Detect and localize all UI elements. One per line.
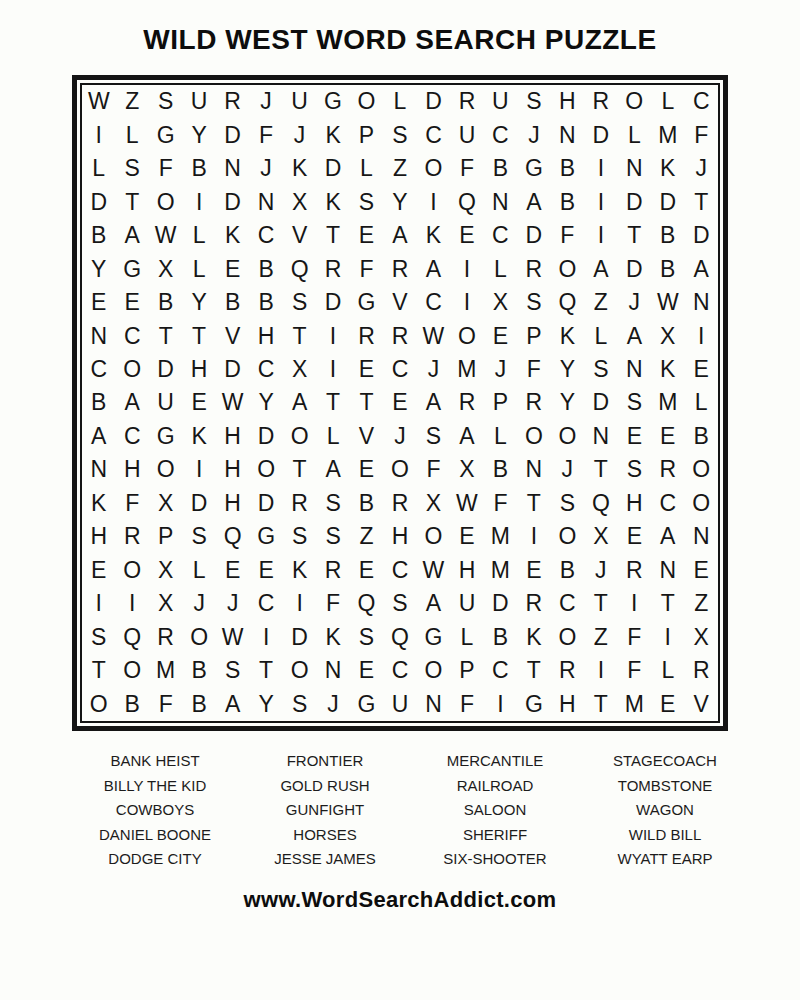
grid-cell[interactable]: K [316,621,349,654]
grid-cell[interactable]: O [115,353,148,386]
grid-cell[interactable]: T [283,319,316,352]
grid-cell[interactable]: K [216,219,249,252]
grid-cell[interactable]: F [685,118,718,151]
grid-cell[interactable]: L [115,118,148,151]
grid-cell[interactable]: G [350,286,383,319]
grid-cell[interactable]: I [618,587,651,620]
grid-cell[interactable]: B [484,621,517,654]
grid-cell[interactable]: H [216,487,249,520]
grid-cell[interactable]: N [651,554,684,587]
grid-cell[interactable]: C [115,319,148,352]
grid-cell[interactable]: X [149,252,182,285]
grid-cell[interactable]: U [283,85,316,118]
grid-cell[interactable]: J [584,554,617,587]
grid-cell[interactable]: L [484,420,517,453]
grid-cell[interactable]: J [618,286,651,319]
grid-cell[interactable]: W [450,487,483,520]
grid-cell[interactable]: A [115,386,148,419]
grid-cell[interactable]: U [383,688,416,721]
grid-cell[interactable]: B [149,286,182,319]
grid-cell[interactable]: D [651,185,684,218]
grid-cell[interactable]: Y [249,688,282,721]
grid-cell[interactable]: K [551,319,584,352]
grid-cell[interactable]: S [283,688,316,721]
grid-cell[interactable]: O [82,688,115,721]
grid-cell[interactable]: K [283,554,316,587]
grid-cell[interactable]: F [417,453,450,486]
grid-cell[interactable]: S [618,453,651,486]
grid-cell[interactable]: O [350,85,383,118]
grid-cell[interactable]: X [283,353,316,386]
grid-cell[interactable]: C [383,554,416,587]
grid-cell[interactable]: F [350,252,383,285]
grid-cell[interactable]: I [584,152,617,185]
grid-cell[interactable]: W [149,219,182,252]
grid-cell[interactable]: E [685,353,718,386]
grid-cell[interactable]: H [82,520,115,553]
grid-cell[interactable]: G [417,621,450,654]
grid-cell[interactable]: O [551,420,584,453]
grid-cell[interactable]: O [283,420,316,453]
grid-cell[interactable]: R [685,654,718,687]
grid-cell[interactable]: N [484,185,517,218]
grid-cell[interactable]: R [216,85,249,118]
grid-cell[interactable]: O [149,453,182,486]
grid-cell[interactable]: Z [350,520,383,553]
grid-cell[interactable]: X [685,621,718,654]
grid-cell[interactable]: C [417,286,450,319]
grid-cell[interactable]: I [249,621,282,654]
grid-cell[interactable]: Z [383,152,416,185]
grid-cell[interactable]: E [82,286,115,319]
grid-cell[interactable]: K [316,118,349,151]
grid-cell[interactable]: Y [182,286,215,319]
grid-cell[interactable]: U [182,85,215,118]
grid-cell[interactable]: M [484,520,517,553]
grid-cell[interactable]: S [517,286,550,319]
grid-cell[interactable]: D [82,185,115,218]
grid-cell[interactable]: R [383,319,416,352]
grid-cell[interactable]: A [651,520,684,553]
grid-cell[interactable]: A [383,219,416,252]
grid-cell[interactable]: B [685,420,718,453]
grid-cell[interactable]: T [316,386,349,419]
grid-cell[interactable]: I [316,319,349,352]
grid-cell[interactable]: J [216,587,249,620]
grid-cell[interactable]: K [651,152,684,185]
grid-cell[interactable]: S [283,520,316,553]
grid-cell[interactable]: X [417,487,450,520]
grid-cell[interactable]: I [584,185,617,218]
grid-cell[interactable]: U [450,587,483,620]
grid-cell[interactable]: I [115,587,148,620]
grid-cell[interactable]: H [249,319,282,352]
grid-cell[interactable]: N [417,688,450,721]
grid-cell[interactable]: R [115,520,148,553]
grid-cell[interactable]: T [283,453,316,486]
grid-cell[interactable]: T [584,587,617,620]
grid-cell[interactable]: I [450,286,483,319]
grid-cell[interactable]: D [149,353,182,386]
grid-cell[interactable]: J [249,85,282,118]
grid-cell[interactable]: Z [685,587,718,620]
grid-cell[interactable]: B [82,386,115,419]
grid-cell[interactable]: A [417,587,450,620]
grid-cell[interactable]: O [551,252,584,285]
grid-cell[interactable]: J [182,587,215,620]
grid-cell[interactable]: A [115,219,148,252]
grid-cell[interactable]: O [383,453,416,486]
grid-cell[interactable]: R [450,386,483,419]
grid-cell[interactable]: H [383,520,416,553]
grid-cell[interactable]: R [316,554,349,587]
grid-cell[interactable]: C [484,219,517,252]
grid-cell[interactable]: I [417,185,450,218]
grid-cell[interactable]: K [417,219,450,252]
grid-cell[interactable]: D [685,219,718,252]
grid-cell[interactable]: B [182,152,215,185]
grid-cell[interactable]: F [149,152,182,185]
grid-cell[interactable]: S [182,520,215,553]
grid-cell[interactable]: G [350,688,383,721]
grid-cell[interactable]: G [249,520,282,553]
grid-cell[interactable]: S [82,621,115,654]
grid-cell[interactable]: S [584,353,617,386]
grid-cell[interactable]: B [216,286,249,319]
grid-cell[interactable]: A [316,453,349,486]
grid-cell[interactable]: O [551,621,584,654]
grid-cell[interactable]: K [82,487,115,520]
grid-cell[interactable]: G [316,85,349,118]
grid-cell[interactable]: Z [584,286,617,319]
grid-cell[interactable]: V [685,688,718,721]
grid-cell[interactable]: A [517,185,550,218]
grid-cell[interactable]: V [216,319,249,352]
grid-cell[interactable]: I [182,185,215,218]
grid-cell[interactable]: W [216,621,249,654]
grid-cell[interactable]: I [182,453,215,486]
grid-cell[interactable]: R [517,386,550,419]
grid-cell[interactable]: D [216,353,249,386]
grid-cell[interactable]: R [651,453,684,486]
grid-cell[interactable]: B [82,219,115,252]
grid-cell[interactable]: N [618,152,651,185]
grid-cell[interactable]: C [82,353,115,386]
grid-cell[interactable]: E [517,554,550,587]
grid-cell[interactable]: I [450,252,483,285]
grid-cell[interactable]: S [115,152,148,185]
grid-cell[interactable]: S [216,654,249,687]
grid-cell[interactable]: X [149,554,182,587]
grid-cell[interactable]: T [82,654,115,687]
grid-cell[interactable]: M [651,386,684,419]
grid-cell[interactable]: D [249,420,282,453]
grid-cell[interactable]: R [584,85,617,118]
grid-cell[interactable]: T [651,587,684,620]
grid-cell[interactable]: L [182,554,215,587]
grid-cell[interactable]: N [551,118,584,151]
grid-cell[interactable]: E [350,453,383,486]
grid-cell[interactable]: T [618,219,651,252]
grid-cell[interactable]: H [182,353,215,386]
grid-cell[interactable]: I [685,319,718,352]
grid-cell[interactable]: J [283,118,316,151]
grid-cell[interactable]: B [350,487,383,520]
grid-cell[interactable]: T [517,487,550,520]
grid-cell[interactable]: E [350,219,383,252]
grid-cell[interactable]: Q [584,487,617,520]
grid-cell[interactable]: N [316,654,349,687]
grid-cell[interactable]: E [450,520,483,553]
grid-cell[interactable]: N [517,453,550,486]
grid-cell[interactable]: I [82,587,115,620]
grid-cell[interactable]: G [149,118,182,151]
grid-cell[interactable]: C [249,587,282,620]
grid-cell[interactable]: L [82,152,115,185]
grid-cell[interactable]: I [651,621,684,654]
grid-cell[interactable]: O [551,520,584,553]
grid-cell[interactable]: C [484,654,517,687]
grid-cell[interactable]: C [115,420,148,453]
grid-cell[interactable]: B [651,252,684,285]
grid-cell[interactable]: W [216,386,249,419]
grid-cell[interactable]: B [249,286,282,319]
grid-cell[interactable]: L [685,386,718,419]
grid-cell[interactable]: T [149,319,182,352]
grid-cell[interactable]: O [182,621,215,654]
grid-cell[interactable]: E [685,554,718,587]
grid-cell[interactable]: C [551,587,584,620]
grid-cell[interactable]: E [216,252,249,285]
grid-cell[interactable]: I [484,688,517,721]
grid-cell[interactable]: U [149,386,182,419]
grid-cell[interactable]: J [517,118,550,151]
grid-cell[interactable]: L [484,252,517,285]
grid-cell[interactable]: P [484,386,517,419]
grid-cell[interactable]: S [417,420,450,453]
grid-cell[interactable]: E [383,386,416,419]
grid-cell[interactable]: E [249,554,282,587]
grid-cell[interactable]: D [216,185,249,218]
grid-cell[interactable]: D [249,487,282,520]
grid-cell[interactable]: I [584,654,617,687]
grid-cell[interactable]: B [651,219,684,252]
grid-cell[interactable]: O [417,152,450,185]
grid-cell[interactable]: H [115,453,148,486]
grid-cell[interactable]: B [182,688,215,721]
grid-cell[interactable]: L [450,621,483,654]
grid-cell[interactable]: D [484,587,517,620]
grid-cell[interactable]: K [517,621,550,654]
grid-cell[interactable]: J [551,453,584,486]
grid-cell[interactable]: H [551,85,584,118]
grid-cell[interactable]: E [618,520,651,553]
grid-cell[interactable]: T [517,654,550,687]
grid-cell[interactable]: V [350,420,383,453]
grid-cell[interactable]: H [216,453,249,486]
grid-cell[interactable]: B [551,185,584,218]
grid-cell[interactable]: Q [350,587,383,620]
grid-cell[interactable]: F [517,353,550,386]
grid-cell[interactable]: E [651,688,684,721]
grid-cell[interactable]: S [283,286,316,319]
grid-cell[interactable]: R [618,554,651,587]
grid-cell[interactable]: O [685,487,718,520]
grid-cell[interactable]: N [82,319,115,352]
grid-cell[interactable]: X [149,487,182,520]
grid-cell[interactable]: F [450,152,483,185]
grid-cell[interactable]: A [216,688,249,721]
grid-cell[interactable]: N [685,286,718,319]
grid-cell[interactable]: T [182,319,215,352]
grid-cell[interactable]: L [182,252,215,285]
grid-cell[interactable]: N [249,185,282,218]
grid-cell[interactable]: E [350,353,383,386]
grid-cell[interactable]: U [484,85,517,118]
grid-cell[interactable]: X [283,185,316,218]
grid-cell[interactable]: A [283,386,316,419]
grid-cell[interactable]: B [115,688,148,721]
grid-cell[interactable]: F [115,487,148,520]
grid-cell[interactable]: P [350,118,383,151]
grid-cell[interactable]: C [249,353,282,386]
grid-cell[interactable]: D [182,487,215,520]
grid-cell[interactable]: E [216,554,249,587]
grid-cell[interactable]: O [115,654,148,687]
grid-cell[interactable]: Y [551,353,584,386]
grid-cell[interactable]: W [417,554,450,587]
grid-cell[interactable]: A [584,252,617,285]
grid-cell[interactable]: F [484,487,517,520]
grid-cell[interactable]: K [316,185,349,218]
grid-cell[interactable]: A [685,252,718,285]
grid-cell[interactable]: I [584,219,617,252]
grid-cell[interactable]: D [618,185,651,218]
grid-cell[interactable]: X [450,453,483,486]
grid-cell[interactable]: M [450,353,483,386]
grid-cell[interactable]: P [517,319,550,352]
grid-cell[interactable]: E [82,554,115,587]
grid-cell[interactable]: A [417,252,450,285]
grid-cell[interactable]: C [651,487,684,520]
grid-cell[interactable]: S [618,386,651,419]
grid-cell[interactable]: R [450,85,483,118]
grid-cell[interactable]: I [82,118,115,151]
grid-cell[interactable]: O [517,420,550,453]
grid-cell[interactable]: R [316,252,349,285]
grid-cell[interactable]: N [584,420,617,453]
grid-cell[interactable]: Y [383,185,416,218]
grid-cell[interactable]: O [115,554,148,587]
grid-cell[interactable]: T [584,688,617,721]
grid-cell[interactable]: X [484,286,517,319]
grid-cell[interactable]: M [651,118,684,151]
grid-cell[interactable]: L [651,85,684,118]
grid-cell[interactable]: I [517,520,550,553]
grid-cell[interactable]: L [182,219,215,252]
grid-cell[interactable]: G [517,152,550,185]
grid-cell[interactable]: F [618,654,651,687]
grid-cell[interactable]: G [517,688,550,721]
grid-cell[interactable]: H [551,688,584,721]
grid-cell[interactable]: S [551,487,584,520]
grid-cell[interactable]: V [283,219,316,252]
grid-cell[interactable]: J [249,152,282,185]
grid-cell[interactable]: N [618,353,651,386]
grid-cell[interactable]: K [182,420,215,453]
grid-cell[interactable]: B [249,252,282,285]
grid-cell[interactable]: D [283,621,316,654]
grid-cell[interactable]: N [216,152,249,185]
grid-cell[interactable]: T [249,654,282,687]
grid-cell[interactable]: N [82,453,115,486]
grid-cell[interactable]: V [383,286,416,319]
grid-cell[interactable]: C [484,118,517,151]
grid-cell[interactable]: W [82,85,115,118]
grid-cell[interactable]: Q [283,252,316,285]
grid-cell[interactable]: W [651,286,684,319]
grid-cell[interactable]: D [216,118,249,151]
grid-cell[interactable]: K [283,152,316,185]
grid-cell[interactable]: E [182,386,215,419]
grid-cell[interactable]: E [450,219,483,252]
grid-cell[interactable]: D [417,85,450,118]
grid-cell[interactable]: T [316,219,349,252]
grid-cell[interactable]: Q [115,621,148,654]
grid-cell[interactable]: E [115,286,148,319]
grid-cell[interactable]: C [249,219,282,252]
grid-cell[interactable]: S [350,185,383,218]
grid-cell[interactable]: J [316,688,349,721]
grid-cell[interactable]: R [383,252,416,285]
grid-cell[interactable]: B [484,152,517,185]
grid-cell[interactable]: J [685,152,718,185]
grid-cell[interactable]: D [316,152,349,185]
grid-cell[interactable]: A [618,319,651,352]
grid-cell[interactable]: O [417,654,450,687]
grid-cell[interactable]: D [517,219,550,252]
grid-cell[interactable]: S [383,587,416,620]
grid-cell[interactable]: T [115,185,148,218]
grid-cell[interactable]: R [383,487,416,520]
grid-cell[interactable]: C [383,654,416,687]
grid-cell[interactable]: S [350,621,383,654]
grid-cell[interactable]: A [417,386,450,419]
grid-cell[interactable]: O [450,319,483,352]
grid-cell[interactable]: H [216,420,249,453]
grid-cell[interactable]: S [383,118,416,151]
grid-cell[interactable]: L [350,152,383,185]
grid-cell[interactable]: E [484,319,517,352]
grid-cell[interactable]: F [551,219,584,252]
grid-cell[interactable]: B [551,152,584,185]
grid-cell[interactable]: S [316,520,349,553]
grid-cell[interactable]: R [149,621,182,654]
grid-cell[interactable]: L [584,319,617,352]
grid-cell[interactable]: K [651,353,684,386]
grid-cell[interactable]: Q [383,621,416,654]
grid-cell[interactable]: Q [450,185,483,218]
grid-cell[interactable]: O [618,85,651,118]
grid-cell[interactable]: L [316,420,349,453]
grid-cell[interactable]: Q [216,520,249,553]
grid-cell[interactable]: W [417,319,450,352]
grid-cell[interactable]: F [618,621,651,654]
grid-cell[interactable]: B [551,554,584,587]
grid-cell[interactable]: Y [551,386,584,419]
grid-cell[interactable]: G [115,252,148,285]
grid-cell[interactable]: Q [551,286,584,319]
